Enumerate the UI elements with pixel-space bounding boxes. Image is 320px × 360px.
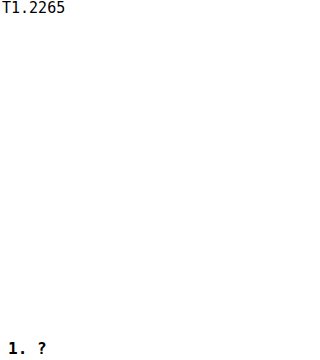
puzzle-title: T1.2265 [0, 0, 320, 18]
move-prompt: 1. ? [0, 338, 320, 360]
chess-board [0, 18, 320, 338]
chess-puzzle-window: T1.2265 1. ? [0, 0, 320, 360]
